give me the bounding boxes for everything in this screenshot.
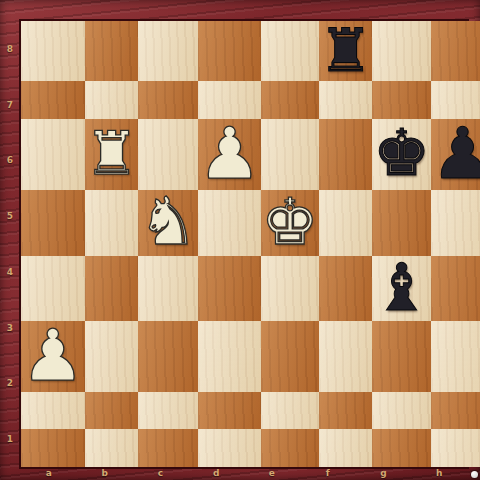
square-a2[interactable] bbox=[21, 392, 85, 430]
square-b7[interactable] bbox=[85, 81, 139, 119]
square-b8[interactable] bbox=[85, 21, 139, 81]
piece-white-king[interactable]: ♚ bbox=[261, 190, 318, 254]
rank-label-2: 2 bbox=[0, 356, 20, 412]
square-f3[interactable] bbox=[319, 321, 373, 392]
file-label-g: g bbox=[356, 466, 412, 480]
square-c6[interactable] bbox=[138, 119, 197, 190]
square-g4[interactable]: ♝ bbox=[372, 256, 430, 321]
square-g8[interactable] bbox=[372, 21, 430, 81]
rank-label-4: 4 bbox=[0, 244, 20, 300]
square-a1[interactable] bbox=[21, 429, 85, 467]
piece-white-pawn[interactable]: ♟ bbox=[21, 320, 85, 391]
square-f8[interactable]: ♜ bbox=[319, 21, 373, 81]
piece-black-rook[interactable]: ♜ bbox=[319, 20, 373, 80]
chessboard: ♜♜♟♚♟♞♚♝♟ bbox=[21, 21, 467, 467]
square-f6[interactable] bbox=[319, 119, 373, 190]
square-b4[interactable] bbox=[85, 256, 139, 321]
square-e1[interactable] bbox=[261, 429, 318, 467]
rank-label-7: 7 bbox=[0, 77, 20, 133]
file-labels: abcdefgh bbox=[21, 466, 467, 480]
square-c4[interactable] bbox=[138, 256, 197, 321]
piece-black-pawn[interactable]: ♟ bbox=[431, 118, 480, 189]
square-a4[interactable] bbox=[21, 256, 85, 321]
rank-label-1: 1 bbox=[0, 411, 20, 467]
square-b6[interactable]: ♜ bbox=[85, 119, 139, 190]
square-d4[interactable] bbox=[198, 256, 262, 321]
file-label-a: a bbox=[21, 466, 77, 480]
rank-labels: 87654321 bbox=[0, 21, 20, 467]
file-label-c: c bbox=[133, 466, 189, 480]
square-e6[interactable] bbox=[261, 119, 318, 190]
square-d5[interactable] bbox=[198, 190, 262, 256]
square-g1[interactable] bbox=[372, 429, 430, 467]
square-b1[interactable] bbox=[85, 429, 139, 467]
square-d1[interactable] bbox=[198, 429, 262, 467]
square-d6[interactable]: ♟ bbox=[198, 119, 262, 190]
square-g7[interactable] bbox=[372, 81, 430, 119]
side-to-move-indicator bbox=[471, 471, 478, 478]
rank-label-6: 6 bbox=[0, 133, 20, 189]
piece-white-pawn[interactable]: ♟ bbox=[198, 118, 262, 189]
square-e4[interactable] bbox=[261, 256, 318, 321]
square-h1[interactable] bbox=[431, 429, 480, 467]
square-a6[interactable] bbox=[21, 119, 85, 190]
square-e2[interactable] bbox=[261, 392, 318, 430]
square-f1[interactable] bbox=[319, 429, 373, 467]
rank-label-5: 5 bbox=[0, 188, 20, 244]
piece-white-rook[interactable]: ♜ bbox=[85, 123, 139, 183]
square-g2[interactable] bbox=[372, 392, 430, 430]
square-a7[interactable] bbox=[21, 81, 85, 119]
chessboard-frame: ♜♜♟♚♟♞♚♝♟ 87654321 abcdefgh bbox=[0, 0, 480, 480]
square-c5[interactable]: ♞ bbox=[138, 190, 197, 256]
square-c8[interactable] bbox=[138, 21, 197, 81]
square-h4[interactable] bbox=[431, 256, 480, 321]
square-e7[interactable] bbox=[261, 81, 318, 119]
square-g6[interactable]: ♚ bbox=[372, 119, 430, 190]
square-e5[interactable]: ♚ bbox=[261, 190, 318, 256]
piece-black-king[interactable]: ♚ bbox=[373, 121, 430, 185]
square-f5[interactable] bbox=[319, 190, 373, 256]
square-d3[interactable] bbox=[198, 321, 262, 392]
square-b2[interactable] bbox=[85, 392, 139, 430]
file-label-d: d bbox=[188, 466, 244, 480]
square-b3[interactable] bbox=[85, 321, 139, 392]
piece-white-knight[interactable]: ♞ bbox=[138, 189, 197, 255]
square-f7[interactable] bbox=[319, 81, 373, 119]
square-a5[interactable] bbox=[21, 190, 85, 256]
square-h6[interactable]: ♟ bbox=[431, 119, 480, 190]
square-d8[interactable] bbox=[198, 21, 262, 81]
square-c7[interactable] bbox=[138, 81, 197, 119]
square-f4[interactable] bbox=[319, 256, 373, 321]
square-g3[interactable] bbox=[372, 321, 430, 392]
rank-label-8: 8 bbox=[0, 21, 20, 77]
square-c2[interactable] bbox=[138, 392, 197, 430]
square-e8[interactable] bbox=[261, 21, 318, 81]
square-h3[interactable] bbox=[431, 321, 480, 392]
square-c1[interactable] bbox=[138, 429, 197, 467]
file-label-e: e bbox=[244, 466, 300, 480]
file-label-h: h bbox=[411, 466, 467, 480]
square-f2[interactable] bbox=[319, 392, 373, 430]
square-d2[interactable] bbox=[198, 392, 262, 430]
square-h8[interactable] bbox=[431, 21, 480, 81]
square-b5[interactable] bbox=[85, 190, 139, 256]
square-c3[interactable] bbox=[138, 321, 197, 392]
square-a8[interactable] bbox=[21, 21, 85, 81]
rank-label-3: 3 bbox=[0, 300, 20, 356]
square-e3[interactable] bbox=[261, 321, 318, 392]
square-h2[interactable] bbox=[431, 392, 480, 430]
file-label-f: f bbox=[300, 466, 356, 480]
piece-black-bishop[interactable]: ♝ bbox=[372, 255, 430, 320]
square-h5[interactable] bbox=[431, 190, 480, 256]
square-g5[interactable] bbox=[372, 190, 430, 256]
square-a3[interactable]: ♟ bbox=[21, 321, 85, 392]
file-label-b: b bbox=[77, 466, 133, 480]
